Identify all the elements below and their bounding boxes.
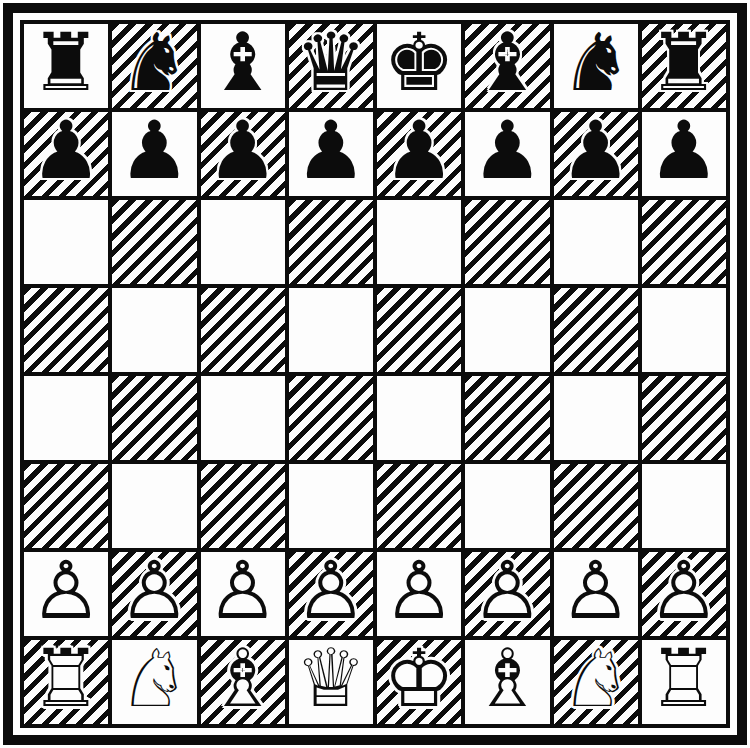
square-e4[interactable] — [377, 376, 461, 460]
black-knight: ♞ — [112, 24, 196, 108]
white-knight: ♞♘ — [554, 640, 638, 724]
black-pawn: ♟ — [554, 112, 638, 196]
square-d3[interactable] — [289, 464, 373, 548]
square-b6[interactable] — [112, 200, 196, 284]
square-g3[interactable] — [554, 464, 638, 548]
white-pawn: ♟♙ — [554, 552, 638, 636]
square-d7[interactable]: ♟ — [289, 112, 373, 196]
square-d2[interactable]: ♟♙ — [289, 552, 373, 636]
square-c8[interactable]: ♝ — [201, 24, 285, 108]
black-pawn-glyph: ♟ — [554, 112, 638, 196]
square-h4[interactable] — [642, 376, 726, 460]
black-rook-glyph: ♜ — [24, 24, 108, 108]
square-d5[interactable] — [289, 288, 373, 372]
black-bishop-glyph: ♝ — [465, 24, 549, 108]
black-king: ♚ — [377, 24, 461, 108]
square-g4[interactable] — [554, 376, 638, 460]
square-c1[interactable]: ♝♗ — [201, 640, 285, 724]
black-bishop: ♝ — [201, 24, 285, 108]
black-queen-glyph: ♛ — [289, 24, 373, 108]
black-knight-glyph: ♞ — [554, 24, 638, 108]
black-bishop: ♝ — [465, 24, 549, 108]
white-bishop-glyph: ♗ — [201, 640, 285, 724]
white-pawn-glyph: ♙ — [554, 552, 638, 636]
black-rook: ♜ — [24, 24, 108, 108]
square-a3[interactable] — [24, 464, 108, 548]
square-c6[interactable] — [201, 200, 285, 284]
square-c5[interactable] — [201, 288, 285, 372]
black-rook-glyph: ♜ — [642, 24, 726, 108]
square-g6[interactable] — [554, 200, 638, 284]
square-d4[interactable] — [289, 376, 373, 460]
white-pawn-glyph: ♙ — [112, 552, 196, 636]
black-pawn: ♟ — [642, 112, 726, 196]
black-pawn-glyph: ♟ — [642, 112, 726, 196]
white-bishop-glyph: ♗ — [465, 640, 549, 724]
square-a1[interactable]: ♜♖ — [24, 640, 108, 724]
white-rook: ♜♖ — [642, 640, 726, 724]
black-pawn: ♟ — [465, 112, 549, 196]
black-pawn-glyph: ♟ — [201, 112, 285, 196]
black-knight-glyph: ♞ — [112, 24, 196, 108]
white-knight-glyph: ♘ — [554, 640, 638, 724]
white-pawn: ♟♙ — [201, 552, 285, 636]
white-pawn: ♟♙ — [642, 552, 726, 636]
black-pawn: ♟ — [24, 112, 108, 196]
square-f2[interactable]: ♟♙ — [465, 552, 549, 636]
square-f4[interactable] — [465, 376, 549, 460]
black-pawn: ♟ — [289, 112, 373, 196]
board-frame: ♜♞♝♛♚♝♞♜♟♟♟♟♟♟♟♟♟♙♟♙♟♙♟♙♟♙♟♙♟♙♟♙♜♖♞♘♝♗♛♕… — [3, 3, 747, 745]
square-d8[interactable]: ♛ — [289, 24, 373, 108]
square-g7[interactable]: ♟ — [554, 112, 638, 196]
square-e7[interactable]: ♟ — [377, 112, 461, 196]
square-h3[interactable] — [642, 464, 726, 548]
square-c7[interactable]: ♟ — [201, 112, 285, 196]
square-f7[interactable]: ♟ — [465, 112, 549, 196]
white-pawn: ♟♙ — [24, 552, 108, 636]
square-h2[interactable]: ♟♙ — [642, 552, 726, 636]
white-knight-glyph: ♘ — [112, 640, 196, 724]
white-king: ♚♔ — [377, 640, 461, 724]
black-pawn-glyph: ♟ — [112, 112, 196, 196]
white-pawn: ♟♙ — [377, 552, 461, 636]
square-h7[interactable]: ♟ — [642, 112, 726, 196]
square-f6[interactable] — [465, 200, 549, 284]
square-b4[interactable] — [112, 376, 196, 460]
square-a4[interactable] — [24, 376, 108, 460]
square-a6[interactable] — [24, 200, 108, 284]
black-pawn-glyph: ♟ — [24, 112, 108, 196]
square-a8[interactable]: ♜ — [24, 24, 108, 108]
square-f1[interactable]: ♝♗ — [465, 640, 549, 724]
white-pawn-glyph: ♙ — [289, 552, 373, 636]
black-king-glyph: ♚ — [377, 24, 461, 108]
square-e3[interactable] — [377, 464, 461, 548]
square-e6[interactable] — [377, 200, 461, 284]
square-b3[interactable] — [112, 464, 196, 548]
square-b1[interactable]: ♞♘ — [112, 640, 196, 724]
square-g2[interactable]: ♟♙ — [554, 552, 638, 636]
white-pawn: ♟♙ — [465, 552, 549, 636]
square-d1[interactable]: ♛♕ — [289, 640, 373, 724]
square-b7[interactable]: ♟ — [112, 112, 196, 196]
square-f5[interactable] — [465, 288, 549, 372]
white-pawn-glyph: ♙ — [24, 552, 108, 636]
square-f3[interactable] — [465, 464, 549, 548]
black-pawn: ♟ — [112, 112, 196, 196]
black-pawn-glyph: ♟ — [465, 112, 549, 196]
square-b2[interactable]: ♟♙ — [112, 552, 196, 636]
white-bishop: ♝♗ — [465, 640, 549, 724]
square-g5[interactable] — [554, 288, 638, 372]
black-bishop-glyph: ♝ — [201, 24, 285, 108]
white-pawn-glyph: ♙ — [377, 552, 461, 636]
white-knight: ♞♘ — [112, 640, 196, 724]
square-g8[interactable]: ♞ — [554, 24, 638, 108]
square-b8[interactable]: ♞ — [112, 24, 196, 108]
square-h6[interactable] — [642, 200, 726, 284]
white-queen-glyph: ♕ — [289, 640, 373, 724]
black-pawn-glyph: ♟ — [289, 112, 373, 196]
white-pawn-glyph: ♙ — [642, 552, 726, 636]
chess-board: ♜♞♝♛♚♝♞♜♟♟♟♟♟♟♟♟♟♙♟♙♟♙♟♙♟♙♟♙♟♙♟♙♜♖♞♘♝♗♛♕… — [20, 20, 730, 728]
square-a7[interactable]: ♟ — [24, 112, 108, 196]
black-pawn: ♟ — [201, 112, 285, 196]
square-d6[interactable] — [289, 200, 373, 284]
white-king-glyph: ♔ — [377, 640, 461, 724]
square-e2[interactable]: ♟♙ — [377, 552, 461, 636]
white-rook-glyph: ♖ — [642, 640, 726, 724]
square-h1[interactable]: ♜♖ — [642, 640, 726, 724]
white-pawn: ♟♙ — [289, 552, 373, 636]
square-a2[interactable]: ♟♙ — [24, 552, 108, 636]
black-pawn: ♟ — [377, 112, 461, 196]
square-e1[interactable]: ♚♔ — [377, 640, 461, 724]
white-pawn-glyph: ♙ — [465, 552, 549, 636]
square-c2[interactable]: ♟♙ — [201, 552, 285, 636]
square-e5[interactable] — [377, 288, 461, 372]
white-bishop: ♝♗ — [201, 640, 285, 724]
square-g1[interactable]: ♞♘ — [554, 640, 638, 724]
white-pawn: ♟♙ — [112, 552, 196, 636]
black-queen: ♛ — [289, 24, 373, 108]
white-pawn-glyph: ♙ — [201, 552, 285, 636]
white-rook: ♜♖ — [24, 640, 108, 724]
square-a5[interactable] — [24, 288, 108, 372]
square-b5[interactable] — [112, 288, 196, 372]
black-knight: ♞ — [554, 24, 638, 108]
square-h8[interactable]: ♜ — [642, 24, 726, 108]
black-pawn-glyph: ♟ — [377, 112, 461, 196]
square-c4[interactable] — [201, 376, 285, 460]
square-f8[interactable]: ♝ — [465, 24, 549, 108]
white-rook-glyph: ♖ — [24, 640, 108, 724]
square-c3[interactable] — [201, 464, 285, 548]
square-e8[interactable]: ♚ — [377, 24, 461, 108]
chess-diagram: ♜♞♝♛♚♝♞♜♟♟♟♟♟♟♟♟♟♙♟♙♟♙♟♙♟♙♟♙♟♙♟♙♜♖♞♘♝♗♛♕… — [0, 0, 750, 748]
white-queen: ♛♕ — [289, 640, 373, 724]
square-h5[interactable] — [642, 288, 726, 372]
black-rook: ♜ — [642, 24, 726, 108]
